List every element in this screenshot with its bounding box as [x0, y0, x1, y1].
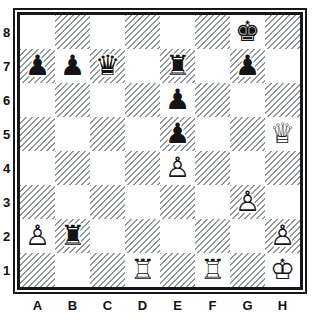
piece-white-pawn: ♟♙: [20, 219, 55, 253]
white-piece-outline: ♔: [265, 253, 300, 287]
chess-board: ♚♟♟♛♜♟♟♟♛♕♟♙♟♙♟♙♜♟♙♜♖♜♖♚♔: [17, 12, 303, 290]
black-piece-glyph: ♚: [230, 15, 265, 49]
file-label-h: H: [265, 297, 300, 313]
square-a7: ♟: [20, 49, 55, 83]
piece-white-rook: ♜♖: [125, 253, 160, 287]
square-e3: [160, 185, 195, 219]
square-e6: ♟: [160, 83, 195, 117]
board-frame: ♚♟♟♛♜♟♟♟♛♕♟♙♟♙♟♙♜♟♙♜♖♜♖♚♔: [13, 8, 307, 294]
rank-label-5: 5: [0, 117, 13, 151]
square-c1: [90, 253, 125, 287]
square-f3: [195, 185, 230, 219]
square-d2: [125, 219, 160, 253]
black-piece-glyph: ♜: [160, 49, 195, 83]
square-a1: [20, 253, 55, 287]
square-f2: [195, 219, 230, 253]
square-a2: ♟♙: [20, 219, 55, 253]
black-piece-glyph: ♟: [55, 49, 90, 83]
square-c6: [90, 83, 125, 117]
square-e4: ♟♙: [160, 151, 195, 185]
square-h1: ♚♔: [265, 253, 300, 287]
square-f6: [195, 83, 230, 117]
black-piece-glyph: ♟: [160, 83, 195, 117]
square-g5: [230, 117, 265, 151]
piece-black-pawn: ♟: [160, 83, 195, 117]
square-c4: [90, 151, 125, 185]
square-d8: [125, 15, 160, 49]
square-b4: [55, 151, 90, 185]
square-a5: [20, 117, 55, 151]
square-f1: ♜♖: [195, 253, 230, 287]
square-b3: [55, 185, 90, 219]
white-piece-outline: ♖: [125, 253, 160, 287]
square-d4: [125, 151, 160, 185]
square-g6: [230, 83, 265, 117]
white-piece-outline: ♕: [265, 117, 300, 151]
square-h2: ♟♙: [265, 219, 300, 253]
square-a4: [20, 151, 55, 185]
rank-labels: 87654321: [0, 15, 13, 287]
square-f7: [195, 49, 230, 83]
square-b8: [55, 15, 90, 49]
square-b7: ♟: [55, 49, 90, 83]
file-labels: ABCDEFGH: [20, 297, 307, 313]
square-f5: [195, 117, 230, 151]
square-e8: [160, 15, 195, 49]
file-label-e: E: [160, 297, 195, 313]
square-d3: [125, 185, 160, 219]
file-label-a: A: [20, 297, 55, 313]
square-d1: ♜♖: [125, 253, 160, 287]
square-a6: [20, 83, 55, 117]
white-piece-outline: ♙: [20, 219, 55, 253]
black-piece-glyph: ♟: [20, 49, 55, 83]
square-h7: [265, 49, 300, 83]
square-h6: [265, 83, 300, 117]
square-e1: [160, 253, 195, 287]
square-c8: [90, 15, 125, 49]
piece-black-pawn: ♟: [55, 49, 90, 83]
square-h3: [265, 185, 300, 219]
piece-black-pawn: ♟: [20, 49, 55, 83]
square-g3: ♟♙: [230, 185, 265, 219]
piece-white-queen: ♛♕: [265, 117, 300, 151]
piece-black-queen: ♛: [90, 49, 125, 83]
piece-black-rook: ♜: [55, 219, 90, 253]
square-b6: [55, 83, 90, 117]
square-h5: ♛♕: [265, 117, 300, 151]
piece-white-pawn: ♟♙: [265, 219, 300, 253]
white-piece-outline: ♙: [265, 219, 300, 253]
square-e5: ♟: [160, 117, 195, 151]
square-d6: [125, 83, 160, 117]
square-a8: [20, 15, 55, 49]
square-g2: [230, 219, 265, 253]
rank-label-3: 3: [0, 185, 13, 219]
file-label-d: D: [125, 297, 160, 313]
rank-label-7: 7: [0, 49, 13, 83]
piece-white-king: ♚♔: [265, 253, 300, 287]
piece-black-rook: ♜: [160, 49, 195, 83]
rank-label-8: 8: [0, 15, 13, 49]
square-a3: [20, 185, 55, 219]
square-b5: [55, 117, 90, 151]
square-c5: [90, 117, 125, 151]
file-label-c: C: [90, 297, 125, 313]
square-h8: [265, 15, 300, 49]
black-piece-glyph: ♛: [90, 49, 125, 83]
square-b1: [55, 253, 90, 287]
square-g4: [230, 151, 265, 185]
square-c3: [90, 185, 125, 219]
square-d5: [125, 117, 160, 151]
square-e7: ♜: [160, 49, 195, 83]
piece-black-pawn: ♟: [230, 49, 265, 83]
square-f8: [195, 15, 230, 49]
rank-label-4: 4: [0, 151, 13, 185]
square-b2: ♜: [55, 219, 90, 253]
square-f4: [195, 151, 230, 185]
piece-black-king: ♚: [230, 15, 265, 49]
black-piece-glyph: ♟: [160, 117, 195, 151]
piece-white-pawn: ♟♙: [230, 185, 265, 219]
white-piece-outline: ♙: [160, 151, 195, 185]
file-label-f: F: [195, 297, 230, 313]
square-h4: [265, 151, 300, 185]
file-label-g: G: [230, 297, 265, 313]
rank-label-2: 2: [0, 219, 13, 253]
square-c7: ♛: [90, 49, 125, 83]
square-g7: ♟: [230, 49, 265, 83]
rank-label-1: 1: [0, 253, 13, 287]
black-piece-glyph: ♜: [55, 219, 90, 253]
square-g1: [230, 253, 265, 287]
square-e2: [160, 219, 195, 253]
chess-diagram: 87654321 ♚♟♟♛♜♟♟♟♛♕♟♙♟♙♟♙♜♟♙♜♖♜♖♚♔ ABCDE…: [0, 8, 307, 313]
black-piece-glyph: ♟: [230, 49, 265, 83]
white-piece-outline: ♙: [230, 185, 265, 219]
square-d7: [125, 49, 160, 83]
square-g8: ♚: [230, 15, 265, 49]
piece-black-pawn: ♟: [160, 117, 195, 151]
piece-white-rook: ♜♖: [195, 253, 230, 287]
file-label-b: B: [55, 297, 90, 313]
white-piece-outline: ♖: [195, 253, 230, 287]
piece-white-pawn: ♟♙: [160, 151, 195, 185]
square-c2: [90, 219, 125, 253]
rank-label-6: 6: [0, 83, 13, 117]
